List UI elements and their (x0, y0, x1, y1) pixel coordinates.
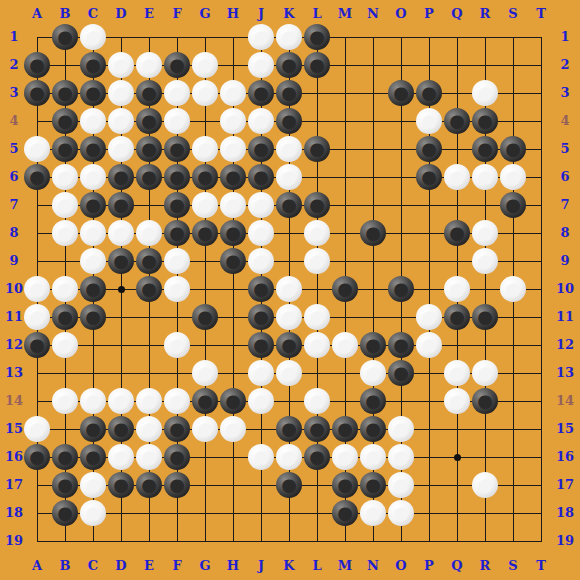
white-stone[interactable]: ● (108, 444, 134, 470)
coordinate-label: O (387, 556, 415, 576)
coordinate-label: L (303, 556, 331, 576)
black-stone[interactable]: ● (52, 472, 78, 498)
black-stone[interactable]: ● (192, 220, 218, 246)
black-stone[interactable]: ● (52, 500, 78, 526)
black-stone[interactable]: ● (108, 248, 134, 274)
coordinate-label: 7 (551, 195, 579, 215)
black-stone[interactable]: ● (52, 136, 78, 162)
coordinate-label: H (219, 556, 247, 576)
white-stone[interactable]: ● (444, 388, 470, 414)
black-stone[interactable]: ● (500, 192, 526, 218)
white-stone[interactable]: ● (136, 444, 162, 470)
white-stone[interactable]: ● (304, 220, 330, 246)
white-stone[interactable]: ● (304, 304, 330, 330)
coordinate-label: D (107, 4, 135, 24)
coordinate-label: C (79, 4, 107, 24)
black-stone[interactable]: ● (52, 304, 78, 330)
black-stone[interactable]: ● (164, 164, 190, 190)
coordinate-label: J (247, 4, 275, 24)
coordinate-label: R (471, 556, 499, 576)
white-stone[interactable]: ● (80, 108, 106, 134)
white-stone[interactable]: ● (472, 472, 498, 498)
white-stone[interactable]: ● (332, 332, 358, 358)
white-stone[interactable]: ● (192, 360, 218, 386)
black-stone[interactable]: ● (248, 136, 274, 162)
coordinate-label: K (275, 4, 303, 24)
white-stone[interactable]: ● (248, 192, 274, 218)
black-stone[interactable]: ● (52, 108, 78, 134)
white-stone[interactable]: ● (192, 192, 218, 218)
black-stone[interactable]: ● (472, 304, 498, 330)
white-stone[interactable]: ● (388, 500, 414, 526)
coordinate-label: Q (443, 4, 471, 24)
coordinate-label: 14 (551, 391, 579, 411)
white-stone[interactable]: ● (192, 416, 218, 442)
black-stone[interactable]: ● (304, 444, 330, 470)
coordinate-label: 1 (0, 27, 28, 47)
white-stone[interactable]: ● (276, 304, 302, 330)
black-stone[interactable]: ● (360, 388, 386, 414)
black-stone[interactable]: ● (276, 472, 302, 498)
black-stone[interactable]: ● (108, 192, 134, 218)
black-stone[interactable]: ● (164, 136, 190, 162)
coordinate-label: 4 (551, 111, 579, 131)
white-stone[interactable]: ● (416, 108, 442, 134)
black-stone[interactable]: ● (52, 444, 78, 470)
white-stone[interactable]: ● (220, 416, 246, 442)
black-stone[interactable]: ● (52, 80, 78, 106)
black-stone[interactable]: ● (80, 80, 106, 106)
white-stone[interactable]: ● (52, 332, 78, 358)
coordinate-label: S (499, 4, 527, 24)
black-stone[interactable]: ● (80, 276, 106, 302)
black-stone[interactable]: ● (52, 24, 78, 50)
black-stone[interactable]: ● (164, 444, 190, 470)
white-stone[interactable]: ● (500, 276, 526, 302)
black-stone[interactable]: ● (136, 80, 162, 106)
coordinate-label: A (23, 4, 51, 24)
coordinate-label: F (163, 556, 191, 576)
white-stone[interactable]: ● (444, 164, 470, 190)
black-stone[interactable]: ● (192, 164, 218, 190)
black-stone[interactable]: ● (192, 388, 218, 414)
white-stone[interactable]: ● (80, 500, 106, 526)
black-stone[interactable]: ● (360, 472, 386, 498)
black-stone[interactable]: ● (136, 108, 162, 134)
black-stone[interactable]: ● (360, 220, 386, 246)
black-stone[interactable]: ● (444, 304, 470, 330)
black-stone[interactable]: ● (388, 80, 414, 106)
coordinate-label: 17 (0, 475, 28, 495)
black-stone[interactable]: ● (164, 472, 190, 498)
black-stone[interactable]: ● (332, 500, 358, 526)
coordinate-label: 1 (551, 27, 579, 47)
coordinate-label: P (415, 556, 443, 576)
white-stone[interactable]: ● (108, 108, 134, 134)
coordinate-label: 13 (551, 363, 579, 383)
white-stone[interactable]: ● (360, 360, 386, 386)
black-stone[interactable]: ● (276, 192, 302, 218)
black-stone[interactable]: ● (472, 108, 498, 134)
black-stone[interactable]: ● (136, 472, 162, 498)
white-stone[interactable]: ● (164, 80, 190, 106)
coordinate-label: H (219, 4, 247, 24)
black-stone[interactable]: ● (304, 24, 330, 50)
black-stone[interactable]: ● (304, 52, 330, 78)
coordinate-label: A (23, 556, 51, 576)
white-stone[interactable]: ● (276, 24, 302, 50)
white-stone[interactable]: ● (472, 164, 498, 190)
black-stone[interactable]: ● (24, 52, 50, 78)
black-stone[interactable]: ● (80, 416, 106, 442)
white-stone[interactable]: ● (164, 276, 190, 302)
coordinate-label: 15 (551, 419, 579, 439)
coordinate-label: 13 (0, 363, 28, 383)
black-stone[interactable]: ● (24, 332, 50, 358)
coordinate-label: D (107, 556, 135, 576)
black-stone[interactable]: ● (332, 472, 358, 498)
coordinate-label: S (499, 556, 527, 576)
coordinate-label: 9 (0, 251, 28, 271)
coordinate-label: 12 (551, 335, 579, 355)
black-stone[interactable]: ● (192, 304, 218, 330)
black-stone[interactable]: ● (416, 164, 442, 190)
coordinate-label: 18 (551, 503, 579, 523)
coordinate-label: B (51, 4, 79, 24)
coordinate-label: C (79, 556, 107, 576)
white-stone[interactable]: ● (164, 332, 190, 358)
black-stone[interactable]: ● (304, 192, 330, 218)
white-stone[interactable]: ● (360, 500, 386, 526)
black-stone[interactable]: ● (136, 136, 162, 162)
black-stone[interactable]: ● (304, 416, 330, 442)
black-stone[interactable]: ● (248, 80, 274, 106)
white-stone[interactable]: ● (416, 304, 442, 330)
white-stone[interactable]: ● (24, 304, 50, 330)
white-stone[interactable]: ● (388, 416, 414, 442)
white-stone[interactable]: ● (248, 444, 274, 470)
black-stone[interactable]: ● (220, 248, 246, 274)
coordinate-label: G (191, 4, 219, 24)
coordinate-label: 6 (551, 167, 579, 187)
black-stone[interactable]: ● (472, 388, 498, 414)
coordinate-label: P (415, 4, 443, 24)
coordinate-label: 9 (551, 251, 579, 271)
white-stone[interactable]: ● (24, 276, 50, 302)
white-stone[interactable]: ● (192, 80, 218, 106)
white-stone[interactable]: ● (80, 164, 106, 190)
white-stone[interactable]: ● (276, 360, 302, 386)
white-stone[interactable]: ● (52, 276, 78, 302)
white-stone[interactable]: ● (52, 220, 78, 246)
coordinate-label: 10 (551, 279, 579, 299)
black-stone[interactable]: ● (248, 276, 274, 302)
black-stone[interactable]: ● (332, 416, 358, 442)
white-stone[interactable]: ● (388, 472, 414, 498)
coordinate-label: N (359, 4, 387, 24)
coordinate-label: G (191, 556, 219, 576)
white-stone[interactable]: ● (276, 136, 302, 162)
coordinate-label: M (331, 556, 359, 576)
white-stone[interactable]: ● (164, 388, 190, 414)
coordinate-label: 19 (0, 531, 28, 551)
black-stone[interactable]: ● (80, 192, 106, 218)
black-stone[interactable]: ● (164, 192, 190, 218)
white-stone[interactable]: ● (220, 80, 246, 106)
white-stone[interactable]: ● (108, 52, 134, 78)
white-stone[interactable]: ● (136, 416, 162, 442)
black-stone[interactable]: ● (164, 416, 190, 442)
coordinate-label: 8 (551, 223, 579, 243)
black-stone[interactable]: ● (108, 472, 134, 498)
white-stone[interactable]: ● (192, 52, 218, 78)
black-stone[interactable]: ● (80, 304, 106, 330)
coordinate-label: E (135, 556, 163, 576)
coordinate-label: M (331, 4, 359, 24)
coordinate-label: 18 (0, 503, 28, 523)
white-stone[interactable]: ● (52, 164, 78, 190)
star-point (454, 454, 461, 461)
black-stone[interactable]: ● (248, 332, 274, 358)
white-stone[interactable]: ● (304, 388, 330, 414)
white-stone[interactable]: ● (248, 360, 274, 386)
black-stone[interactable]: ● (276, 52, 302, 78)
black-stone[interactable]: ● (360, 332, 386, 358)
black-stone[interactable]: ● (276, 108, 302, 134)
white-stone[interactable]: ● (444, 276, 470, 302)
white-stone[interactable]: ● (192, 136, 218, 162)
coordinate-label: 3 (551, 83, 579, 103)
coordinate-label: Q (443, 556, 471, 576)
white-stone[interactable]: ● (444, 360, 470, 386)
black-stone[interactable]: ● (388, 332, 414, 358)
white-stone[interactable]: ● (108, 136, 134, 162)
white-stone[interactable]: ● (80, 24, 106, 50)
white-stone[interactable]: ● (472, 80, 498, 106)
black-stone[interactable]: ● (80, 136, 106, 162)
black-stone[interactable]: ● (388, 360, 414, 386)
coordinate-label: K (275, 556, 303, 576)
coordinate-label: L (303, 4, 331, 24)
white-stone[interactable]: ● (248, 108, 274, 134)
white-stone[interactable]: ● (108, 220, 134, 246)
black-stone[interactable]: ● (108, 416, 134, 442)
black-stone[interactable]: ● (248, 304, 274, 330)
white-stone[interactable]: ● (500, 164, 526, 190)
black-stone[interactable]: ● (108, 164, 134, 190)
black-stone[interactable]: ● (136, 248, 162, 274)
white-stone[interactable]: ● (136, 220, 162, 246)
white-stone[interactable]: ● (472, 360, 498, 386)
black-stone[interactable]: ● (416, 136, 442, 162)
black-stone[interactable]: ● (24, 444, 50, 470)
white-stone[interactable]: ● (52, 388, 78, 414)
white-stone[interactable]: ● (80, 220, 106, 246)
black-stone[interactable]: ● (220, 220, 246, 246)
coordinate-label: 11 (551, 307, 579, 327)
white-stone[interactable]: ● (472, 248, 498, 274)
black-stone[interactable]: ● (164, 220, 190, 246)
black-stone[interactable]: ● (164, 52, 190, 78)
black-stone[interactable]: ● (472, 136, 498, 162)
white-stone[interactable]: ● (80, 248, 106, 274)
white-stone[interactable]: ● (52, 192, 78, 218)
white-stone[interactable]: ● (164, 248, 190, 274)
black-stone[interactable]: ● (80, 52, 106, 78)
black-stone[interactable]: ● (136, 164, 162, 190)
black-stone[interactable]: ● (360, 416, 386, 442)
white-stone[interactable]: ● (136, 52, 162, 78)
coordinate-label: T (527, 4, 555, 24)
black-stone[interactable]: ● (276, 80, 302, 106)
white-stone[interactable]: ● (248, 220, 274, 246)
coordinate-label: 17 (551, 475, 579, 495)
white-stone[interactable]: ● (24, 416, 50, 442)
black-stone[interactable]: ● (136, 276, 162, 302)
white-stone[interactable]: ● (276, 444, 302, 470)
white-stone[interactable]: ● (248, 24, 274, 50)
black-stone[interactable]: ● (276, 332, 302, 358)
white-stone[interactable]: ● (472, 220, 498, 246)
white-stone[interactable]: ● (108, 388, 134, 414)
white-stone[interactable]: ● (220, 136, 246, 162)
coordinate-label: 14 (0, 391, 28, 411)
coordinate-label: 16 (551, 447, 579, 467)
coordinate-label: 7 (0, 195, 28, 215)
black-stone[interactable]: ● (248, 164, 274, 190)
coordinate-label: J (247, 556, 275, 576)
white-stone[interactable]: ● (136, 388, 162, 414)
black-stone[interactable]: ● (304, 136, 330, 162)
black-stone[interactable]: ● (332, 276, 358, 302)
black-stone[interactable]: ● (24, 164, 50, 190)
black-stone[interactable]: ● (220, 164, 246, 190)
white-stone[interactable]: ● (276, 164, 302, 190)
black-stone[interactable]: ● (500, 136, 526, 162)
white-stone[interactable]: ● (304, 332, 330, 358)
white-stone[interactable]: ● (416, 332, 442, 358)
coordinate-label: F (163, 4, 191, 24)
white-stone[interactable]: ● (220, 108, 246, 134)
coordinate-label: E (135, 4, 163, 24)
coordinate-label: O (387, 4, 415, 24)
black-stone[interactable]: ● (276, 416, 302, 442)
white-stone[interactable]: ● (164, 108, 190, 134)
white-stone[interactable]: ● (220, 192, 246, 218)
coordinate-label: 4 (0, 111, 28, 131)
white-stone[interactable]: ● (80, 472, 106, 498)
white-stone[interactable]: ● (248, 52, 274, 78)
black-stone[interactable]: ● (444, 108, 470, 134)
coordinate-label: B (51, 556, 79, 576)
go-board[interactable]: AABBCCDDEEFFGGHHJJKKLLMMNNOOPPQQRRSSTT11… (0, 0, 580, 580)
black-stone[interactable]: ● (444, 220, 470, 246)
coordinate-label: 5 (551, 139, 579, 159)
coordinate-label: 19 (551, 531, 579, 551)
coordinate-label: 2 (551, 55, 579, 75)
coordinate-label: N (359, 556, 387, 576)
black-stone[interactable]: ● (416, 80, 442, 106)
coordinate-label: 8 (0, 223, 28, 243)
white-stone[interactable]: ● (360, 444, 386, 470)
white-stone[interactable]: ● (80, 388, 106, 414)
black-stone[interactable]: ● (388, 276, 414, 302)
star-point (118, 286, 125, 293)
black-stone[interactable]: ● (80, 444, 106, 470)
white-stone[interactable]: ● (24, 136, 50, 162)
coordinate-label: T (527, 556, 555, 576)
black-stone[interactable]: ● (24, 80, 50, 106)
white-stone[interactable]: ● (248, 388, 274, 414)
white-stone[interactable]: ● (276, 276, 302, 302)
coordinate-label: R (471, 4, 499, 24)
white-stone[interactable]: ● (248, 248, 274, 274)
white-stone[interactable]: ● (108, 80, 134, 106)
white-stone[interactable]: ● (304, 248, 330, 274)
black-stone[interactable]: ● (220, 388, 246, 414)
white-stone[interactable]: ● (388, 444, 414, 470)
white-stone[interactable]: ● (332, 444, 358, 470)
